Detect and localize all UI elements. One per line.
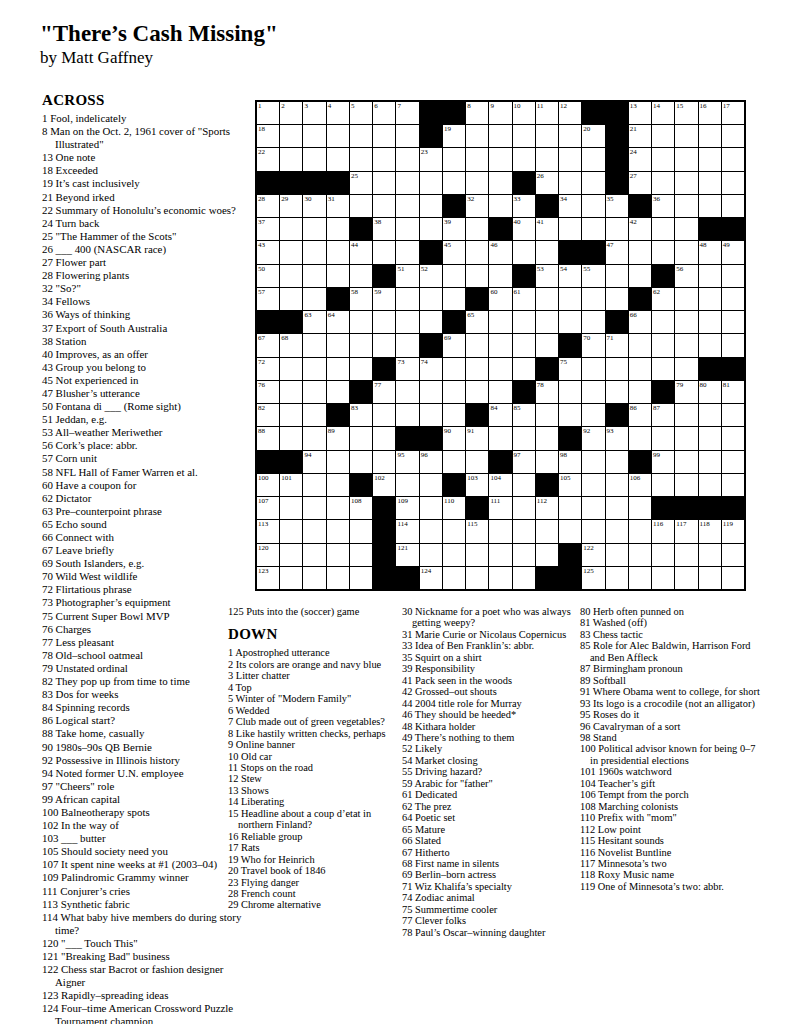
grid-cell[interactable]	[675, 218, 697, 240]
grid-cell[interactable]	[420, 404, 442, 426]
grid-cell[interactable]	[373, 451, 395, 473]
grid-cell[interactable]: 76	[257, 381, 279, 403]
grid-cell[interactable]	[327, 265, 349, 287]
grid-cell[interactable]: 20	[582, 125, 604, 147]
grid-cell[interactable]	[652, 241, 674, 263]
grid-cell[interactable]	[606, 451, 628, 473]
grid-cell[interactable]	[559, 125, 581, 147]
grid-cell[interactable]	[722, 265, 744, 287]
grid-cell[interactable]: 15	[675, 102, 697, 124]
grid-cell[interactable]: 116	[652, 520, 674, 542]
grid-cell[interactable]: 94	[303, 451, 325, 473]
grid-cell[interactable]	[327, 567, 349, 589]
grid-cell[interactable]	[675, 451, 697, 473]
grid-cell[interactable]	[280, 148, 302, 170]
grid-cell[interactable]: 71	[606, 334, 628, 356]
grid-cell[interactable]: 32	[466, 195, 488, 217]
grid-cell[interactable]	[280, 404, 302, 426]
grid-cell[interactable]: 49	[722, 241, 744, 263]
grid-cell[interactable]	[280, 544, 302, 566]
grid-cell[interactable]	[722, 404, 744, 426]
grid-cell[interactable]	[443, 567, 465, 589]
grid-cell[interactable]: 60	[489, 288, 511, 310]
grid-cell[interactable]	[606, 358, 628, 380]
grid-cell[interactable]	[466, 148, 488, 170]
grid-cell[interactable]	[420, 520, 442, 542]
grid-cell[interactable]	[443, 172, 465, 194]
grid-cell[interactable]	[443, 381, 465, 403]
grid-cell[interactable]	[373, 172, 395, 194]
grid-cell[interactable]	[675, 334, 697, 356]
grid-cell[interactable]	[652, 218, 674, 240]
grid-cell[interactable]: 26	[536, 172, 558, 194]
grid-cell[interactable]: 3	[303, 102, 325, 124]
grid-cell[interactable]: 66	[629, 311, 651, 333]
grid-cell[interactable]	[582, 358, 604, 380]
grid-cell[interactable]: 59	[373, 288, 395, 310]
grid-cell[interactable]	[722, 567, 744, 589]
grid-cell[interactable]: 56	[675, 265, 697, 287]
grid-cell[interactable]: 78	[536, 381, 558, 403]
grid-cell[interactable]: 58	[350, 288, 372, 310]
grid-cell[interactable]	[373, 241, 395, 263]
grid-cell[interactable]: 18	[257, 125, 279, 147]
grid-cell[interactable]: 85	[513, 404, 535, 426]
grid-cell[interactable]	[559, 288, 581, 310]
grid-cell[interactable]	[373, 427, 395, 449]
grid-cell[interactable]	[699, 334, 721, 356]
grid-cell[interactable]	[396, 404, 418, 426]
grid-cell[interactable]: 43	[257, 241, 279, 263]
grid-cell[interactable]: 53	[536, 265, 558, 287]
grid-cell[interactable]	[443, 358, 465, 380]
grid-cell[interactable]: 103	[466, 474, 488, 496]
grid-cell[interactable]	[606, 544, 628, 566]
grid-cell[interactable]	[303, 520, 325, 542]
grid-cell[interactable]: 42	[629, 218, 651, 240]
grid-cell[interactable]: 33	[513, 195, 535, 217]
grid-cell[interactable]: 69	[443, 334, 465, 356]
grid-cell[interactable]	[350, 520, 372, 542]
grid-cell[interactable]: 24	[629, 148, 651, 170]
grid-cell[interactable]	[559, 404, 581, 426]
grid-cell[interactable]: 28	[257, 195, 279, 217]
grid-cell[interactable]	[396, 288, 418, 310]
grid-cell[interactable]	[582, 218, 604, 240]
grid-cell[interactable]	[722, 334, 744, 356]
grid-cell[interactable]	[327, 358, 349, 380]
grid-cell[interactable]	[513, 334, 535, 356]
grid-cell[interactable]: 79	[675, 381, 697, 403]
grid-cell[interactable]	[699, 172, 721, 194]
grid-cell[interactable]	[327, 474, 349, 496]
grid-cell[interactable]	[303, 125, 325, 147]
grid-cell[interactable]: 6	[373, 102, 395, 124]
grid-cell[interactable]: 121	[396, 544, 418, 566]
grid-cell[interactable]	[466, 241, 488, 263]
grid-cell[interactable]	[536, 427, 558, 449]
grid-cell[interactable]	[420, 544, 442, 566]
grid-cell[interactable]: 63	[303, 311, 325, 333]
grid-cell[interactable]: 112	[536, 497, 558, 519]
grid-cell[interactable]	[699, 195, 721, 217]
grid-cell[interactable]	[327, 218, 349, 240]
grid-cell[interactable]	[652, 427, 674, 449]
grid-cell[interactable]	[629, 497, 651, 519]
grid-cell[interactable]: 65	[466, 311, 488, 333]
grid-cell[interactable]	[373, 404, 395, 426]
grid-cell[interactable]: 124	[420, 567, 442, 589]
grid-cell[interactable]: 114	[396, 520, 418, 542]
grid-cell[interactable]	[722, 451, 744, 473]
grid-cell[interactable]	[396, 381, 418, 403]
grid-cell[interactable]	[629, 358, 651, 380]
grid-cell[interactable]	[675, 474, 697, 496]
grid-cell[interactable]: 88	[257, 427, 279, 449]
grid-cell[interactable]: 111	[489, 497, 511, 519]
grid-cell[interactable]	[350, 334, 372, 356]
grid-cell[interactable]	[722, 427, 744, 449]
grid-cell[interactable]: 118	[699, 520, 721, 542]
grid-cell[interactable]	[606, 520, 628, 542]
grid-cell[interactable]: 35	[606, 195, 628, 217]
grid-cell[interactable]	[513, 567, 535, 589]
grid-cell[interactable]	[350, 451, 372, 473]
grid-cell[interactable]	[350, 358, 372, 380]
grid-cell[interactable]: 34	[559, 195, 581, 217]
grid-cell[interactable]	[629, 334, 651, 356]
grid-cell[interactable]	[582, 404, 604, 426]
grid-cell[interactable]	[699, 311, 721, 333]
grid-cell[interactable]	[699, 265, 721, 287]
grid-cell[interactable]	[513, 241, 535, 263]
grid-cell[interactable]	[489, 544, 511, 566]
grid-cell[interactable]	[722, 311, 744, 333]
grid-cell[interactable]: 50	[257, 265, 279, 287]
grid-cell[interactable]	[582, 497, 604, 519]
grid-cell[interactable]: 39	[443, 218, 465, 240]
grid-cell[interactable]	[420, 311, 442, 333]
grid-cell[interactable]	[280, 358, 302, 380]
grid-cell[interactable]	[443, 544, 465, 566]
grid-cell[interactable]: 12	[559, 102, 581, 124]
grid-cell[interactable]	[582, 381, 604, 403]
grid-cell[interactable]	[675, 195, 697, 217]
grid-cell[interactable]: 10	[513, 102, 535, 124]
grid-cell[interactable]: 77	[373, 381, 395, 403]
grid-cell[interactable]	[722, 474, 744, 496]
grid-cell[interactable]: 72	[257, 358, 279, 380]
grid-cell[interactable]: 17	[722, 102, 744, 124]
grid-cell[interactable]	[327, 334, 349, 356]
grid-cell[interactable]	[466, 125, 488, 147]
grid-cell[interactable]	[327, 497, 349, 519]
grid-cell[interactable]	[606, 265, 628, 287]
grid-cell[interactable]	[327, 520, 349, 542]
grid-cell[interactable]: 22	[257, 148, 279, 170]
grid-cell[interactable]: 54	[559, 265, 581, 287]
grid-cell[interactable]	[675, 172, 697, 194]
grid-cell[interactable]: 29	[280, 195, 302, 217]
grid-cell[interactable]	[420, 218, 442, 240]
grid-cell[interactable]	[396, 311, 418, 333]
grid-cell[interactable]: 96	[420, 451, 442, 473]
grid-cell[interactable]: 23	[420, 148, 442, 170]
grid-cell[interactable]: 113	[257, 520, 279, 542]
grid-cell[interactable]	[699, 567, 721, 589]
grid-cell[interactable]	[420, 497, 442, 519]
grid-cell[interactable]	[536, 544, 558, 566]
grid-cell[interactable]: 21	[629, 125, 651, 147]
grid-cell[interactable]	[420, 474, 442, 496]
grid-cell[interactable]	[489, 265, 511, 287]
grid-cell[interactable]	[303, 474, 325, 496]
grid-cell[interactable]	[280, 427, 302, 449]
grid-cell[interactable]	[489, 334, 511, 356]
grid-cell[interactable]	[303, 334, 325, 356]
grid-cell[interactable]	[350, 195, 372, 217]
grid-cell[interactable]	[559, 148, 581, 170]
grid-cell[interactable]	[699, 544, 721, 566]
grid-cell[interactable]	[280, 288, 302, 310]
grid-cell[interactable]: 62	[652, 288, 674, 310]
grid-cell[interactable]: 75	[559, 358, 581, 380]
grid-cell[interactable]	[559, 311, 581, 333]
grid-cell[interactable]: 70	[582, 334, 604, 356]
grid-cell[interactable]	[443, 265, 465, 287]
grid-cell[interactable]: 48	[699, 241, 721, 263]
grid-cell[interactable]	[722, 125, 744, 147]
grid-cell[interactable]: 40	[513, 218, 535, 240]
grid-cell[interactable]: 64	[327, 311, 349, 333]
grid-cell[interactable]	[327, 125, 349, 147]
grid-cell[interactable]: 44	[350, 241, 372, 263]
grid-cell[interactable]	[280, 241, 302, 263]
grid-cell[interactable]	[536, 451, 558, 473]
grid-cell[interactable]	[280, 125, 302, 147]
grid-cell[interactable]: 115	[466, 520, 488, 542]
grid-cell[interactable]: 90	[443, 427, 465, 449]
grid-cell[interactable]	[303, 404, 325, 426]
grid-cell[interactable]	[559, 218, 581, 240]
grid-cell[interactable]	[350, 148, 372, 170]
grid-cell[interactable]: 11	[536, 102, 558, 124]
grid-cell[interactable]: 82	[257, 404, 279, 426]
grid-cell[interactable]: 1	[257, 102, 279, 124]
crossword-grid[interactable]: 1234567891011121314151617181920212223242…	[255, 100, 746, 591]
grid-cell[interactable]	[675, 125, 697, 147]
grid-cell[interactable]: 117	[675, 520, 697, 542]
grid-cell[interactable]	[559, 520, 581, 542]
grid-cell[interactable]: 52	[420, 265, 442, 287]
grid-cell[interactable]	[443, 148, 465, 170]
grid-cell[interactable]	[303, 497, 325, 519]
grid-cell[interactable]	[443, 520, 465, 542]
grid-cell[interactable]: 38	[373, 218, 395, 240]
grid-cell[interactable]: 83	[350, 404, 372, 426]
grid-cell[interactable]	[513, 358, 535, 380]
grid-cell[interactable]	[466, 358, 488, 380]
grid-cell[interactable]	[536, 520, 558, 542]
grid-cell[interactable]	[303, 381, 325, 403]
grid-cell[interactable]: 104	[489, 474, 511, 496]
grid-cell[interactable]: 100	[257, 474, 279, 496]
grid-cell[interactable]	[303, 544, 325, 566]
grid-cell[interactable]	[303, 265, 325, 287]
grid-cell[interactable]	[652, 148, 674, 170]
grid-cell[interactable]	[652, 334, 674, 356]
grid-cell[interactable]	[675, 358, 697, 380]
grid-cell[interactable]	[303, 148, 325, 170]
grid-cell[interactable]	[652, 544, 674, 566]
grid-cell[interactable]	[675, 567, 697, 589]
grid-cell[interactable]	[466, 381, 488, 403]
grid-cell[interactable]	[652, 474, 674, 496]
grid-cell[interactable]: 46	[489, 241, 511, 263]
grid-cell[interactable]	[582, 195, 604, 217]
grid-cell[interactable]	[303, 358, 325, 380]
grid-cell[interactable]	[559, 172, 581, 194]
grid-cell[interactable]	[443, 404, 465, 426]
grid-cell[interactable]	[280, 265, 302, 287]
grid-cell[interactable]	[373, 334, 395, 356]
grid-cell[interactable]	[513, 427, 535, 449]
grid-cell[interactable]	[396, 218, 418, 240]
grid-cell[interactable]: 25	[350, 172, 372, 194]
grid-cell[interactable]	[280, 381, 302, 403]
grid-cell[interactable]	[350, 125, 372, 147]
grid-cell[interactable]	[722, 288, 744, 310]
grid-cell[interactable]	[652, 172, 674, 194]
grid-cell[interactable]	[652, 567, 674, 589]
grid-cell[interactable]	[373, 148, 395, 170]
grid-cell[interactable]	[675, 404, 697, 426]
grid-cell[interactable]	[629, 567, 651, 589]
grid-cell[interactable]	[536, 311, 558, 333]
grid-cell[interactable]: 101	[280, 474, 302, 496]
grid-cell[interactable]	[513, 544, 535, 566]
grid-cell[interactable]	[629, 544, 651, 566]
grid-cell[interactable]: 4	[327, 102, 349, 124]
grid-cell[interactable]: 95	[396, 451, 418, 473]
grid-cell[interactable]	[303, 288, 325, 310]
grid-cell[interactable]: 16	[699, 102, 721, 124]
grid-cell[interactable]: 102	[373, 474, 395, 496]
grid-cell[interactable]	[606, 218, 628, 240]
grid-cell[interactable]: 74	[420, 358, 442, 380]
grid-cell[interactable]	[513, 125, 535, 147]
grid-cell[interactable]	[582, 172, 604, 194]
grid-cell[interactable]: 37	[257, 218, 279, 240]
grid-cell[interactable]	[722, 148, 744, 170]
grid-cell[interactable]	[396, 195, 418, 217]
grid-cell[interactable]: 81	[722, 381, 744, 403]
grid-cell[interactable]	[606, 567, 628, 589]
grid-cell[interactable]	[466, 567, 488, 589]
grid-cell[interactable]	[420, 172, 442, 194]
grid-cell[interactable]	[513, 520, 535, 542]
grid-cell[interactable]	[513, 311, 535, 333]
grid-cell[interactable]: 120	[257, 544, 279, 566]
grid-cell[interactable]	[675, 311, 697, 333]
grid-cell[interactable]: 41	[536, 218, 558, 240]
grid-cell[interactable]	[699, 404, 721, 426]
grid-cell[interactable]	[303, 427, 325, 449]
grid-cell[interactable]	[327, 451, 349, 473]
grid-cell[interactable]	[280, 497, 302, 519]
grid-cell[interactable]: 80	[699, 381, 721, 403]
grid-cell[interactable]	[675, 427, 697, 449]
grid-cell[interactable]	[420, 381, 442, 403]
grid-cell[interactable]	[675, 288, 697, 310]
grid-cell[interactable]	[489, 311, 511, 333]
grid-cell[interactable]: 51	[396, 265, 418, 287]
grid-cell[interactable]	[722, 172, 744, 194]
grid-cell[interactable]	[350, 427, 372, 449]
grid-cell[interactable]	[443, 451, 465, 473]
grid-cell[interactable]	[327, 148, 349, 170]
grid-cell[interactable]: 5	[350, 102, 372, 124]
grid-cell[interactable]: 7	[396, 102, 418, 124]
grid-cell[interactable]	[513, 148, 535, 170]
grid-cell[interactable]	[699, 125, 721, 147]
grid-cell[interactable]	[466, 334, 488, 356]
grid-cell[interactable]	[396, 172, 418, 194]
grid-cell[interactable]: 87	[652, 404, 674, 426]
grid-cell[interactable]	[396, 241, 418, 263]
grid-cell[interactable]	[513, 474, 535, 496]
grid-cell[interactable]	[489, 520, 511, 542]
grid-cell[interactable]: 13	[629, 102, 651, 124]
grid-cell[interactable]	[582, 288, 604, 310]
grid-cell[interactable]	[699, 288, 721, 310]
grid-cell[interactable]	[606, 497, 628, 519]
grid-cell[interactable]	[722, 544, 744, 566]
grid-cell[interactable]: 91	[466, 427, 488, 449]
grid-cell[interactable]	[536, 148, 558, 170]
grid-cell[interactable]	[303, 241, 325, 263]
grid-cell[interactable]	[536, 125, 558, 147]
grid-cell[interactable]	[373, 195, 395, 217]
grid-cell[interactable]: 110	[443, 497, 465, 519]
grid-cell[interactable]: 45	[443, 241, 465, 263]
grid-cell[interactable]	[629, 265, 651, 287]
grid-cell[interactable]	[629, 381, 651, 403]
grid-cell[interactable]	[420, 288, 442, 310]
grid-cell[interactable]: 14	[652, 102, 674, 124]
grid-cell[interactable]	[466, 265, 488, 287]
grid-cell[interactable]: 89	[327, 427, 349, 449]
grid-cell[interactable]	[466, 544, 488, 566]
grid-cell[interactable]	[489, 381, 511, 403]
grid-cell[interactable]	[489, 148, 511, 170]
grid-cell[interactable]: 98	[559, 451, 581, 473]
grid-cell[interactable]: 122	[582, 544, 604, 566]
grid-cell[interactable]	[536, 241, 558, 263]
grid-cell[interactable]	[699, 427, 721, 449]
grid-cell[interactable]: 57	[257, 288, 279, 310]
grid-cell[interactable]	[396, 148, 418, 170]
grid-cell[interactable]	[559, 381, 581, 403]
grid-cell[interactable]: 61	[513, 288, 535, 310]
grid-cell[interactable]	[489, 172, 511, 194]
grid-cell[interactable]: 27	[629, 172, 651, 194]
grid-cell[interactable]	[582, 148, 604, 170]
grid-cell[interactable]	[489, 427, 511, 449]
grid-cell[interactable]	[373, 125, 395, 147]
grid-cell[interactable]: 47	[606, 241, 628, 263]
grid-cell[interactable]	[489, 125, 511, 147]
